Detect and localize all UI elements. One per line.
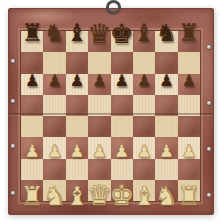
square-c2[interactable] xyxy=(66,159,88,180)
piece-white-pawn[interactable]: ♟ xyxy=(159,142,174,159)
square-h3[interactable]: ♟ xyxy=(178,137,200,158)
piece-black-pawn[interactable]: ♟ xyxy=(47,73,61,89)
square-c8[interactable]: ♝ xyxy=(66,31,88,52)
piece-black-rook[interactable]: ♜ xyxy=(178,21,200,45)
piece-black-pawn[interactable]: ♟ xyxy=(182,73,196,89)
square-a3[interactable]: ♟ xyxy=(21,137,43,158)
metal-pin-icon xyxy=(11,99,15,103)
square-e6[interactable]: ♟ xyxy=(111,74,133,95)
piece-white-bishop[interactable]: ♝ xyxy=(132,183,155,209)
piece-black-knight[interactable]: ♞ xyxy=(156,21,178,45)
square-b4[interactable] xyxy=(43,116,65,137)
piece-white-pawn[interactable]: ♟ xyxy=(25,142,40,159)
board-grid: ♜♞♝♛♚♝♞♜♟♟♟♟♟♟♟♟♟♟♟♟♟♟♟♟♜♞♝♛♚♝♞♜ xyxy=(20,30,201,202)
piece-black-bishop[interactable]: ♝ xyxy=(66,21,88,45)
square-g1[interactable]: ♞ xyxy=(155,180,177,201)
square-d6[interactable]: ♟ xyxy=(88,74,110,95)
square-c6[interactable]: ♟ xyxy=(66,74,88,95)
square-b2[interactable] xyxy=(43,159,65,180)
hanging-ring-icon xyxy=(106,0,121,14)
piece-black-pawn[interactable]: ♟ xyxy=(92,73,106,89)
square-e4[interactable] xyxy=(111,116,133,137)
square-h6[interactable]: ♟ xyxy=(178,74,200,95)
metal-pin-icon xyxy=(11,59,15,63)
square-d3[interactable]: ♟ xyxy=(88,137,110,158)
square-b3[interactable]: ♟ xyxy=(43,137,65,158)
metal-pin-icon xyxy=(11,144,15,148)
square-h2[interactable] xyxy=(178,159,200,180)
piece-black-pawn[interactable]: ♟ xyxy=(159,73,173,89)
square-a1[interactable]: ♜ xyxy=(21,180,43,201)
metal-pin-icon xyxy=(207,193,211,197)
square-b1[interactable]: ♞ xyxy=(43,180,65,201)
piece-black-rook[interactable]: ♜ xyxy=(21,21,43,45)
square-f4[interactable] xyxy=(133,116,155,137)
square-a4[interactable] xyxy=(21,116,43,137)
chess-board: ♜♞♝♛♚♝♞♜♟♟♟♟♟♟♟♟♟♟♟♟♟♟♟♟♜♞♝♛♚♝♞♜ xyxy=(8,8,214,215)
square-a2[interactable] xyxy=(21,159,43,180)
piece-white-pawn[interactable]: ♟ xyxy=(92,142,107,159)
metal-pin-icon xyxy=(207,147,211,151)
square-g8[interactable]: ♞ xyxy=(155,31,177,52)
square-a8[interactable]: ♜ xyxy=(21,31,43,52)
square-g3[interactable]: ♟ xyxy=(155,137,177,158)
piece-white-pawn[interactable]: ♟ xyxy=(181,142,196,159)
piece-white-queen[interactable]: ♛ xyxy=(87,182,112,210)
square-f6[interactable]: ♟ xyxy=(133,74,155,95)
piece-black-pawn[interactable]: ♟ xyxy=(137,73,151,89)
square-e8[interactable]: ♚ xyxy=(111,31,133,52)
square-g2[interactable] xyxy=(155,159,177,180)
piece-white-pawn[interactable]: ♟ xyxy=(69,142,84,159)
piece-white-king[interactable]: ♚ xyxy=(109,182,134,210)
square-h1[interactable]: ♜ xyxy=(178,180,200,201)
square-d1[interactable]: ♛ xyxy=(88,180,110,201)
piece-black-pawn[interactable]: ♟ xyxy=(115,73,129,89)
square-f8[interactable]: ♝ xyxy=(133,31,155,52)
square-a6[interactable]: ♟ xyxy=(21,74,43,95)
square-f3[interactable]: ♟ xyxy=(133,137,155,158)
square-e1[interactable]: ♚ xyxy=(111,180,133,201)
square-f2[interactable] xyxy=(133,159,155,180)
piece-white-knight[interactable]: ♞ xyxy=(43,183,66,209)
square-e2[interactable] xyxy=(111,159,133,180)
piece-black-queen[interactable]: ♛ xyxy=(87,19,111,46)
piece-white-pawn[interactable]: ♟ xyxy=(136,142,151,159)
square-f1[interactable]: ♝ xyxy=(133,180,155,201)
square-b6[interactable]: ♟ xyxy=(43,74,65,95)
piece-black-bishop[interactable]: ♝ xyxy=(133,21,155,45)
square-c3[interactable]: ♟ xyxy=(66,137,88,158)
piece-white-pawn[interactable]: ♟ xyxy=(47,142,62,159)
square-g4[interactable] xyxy=(155,116,177,137)
square-h8[interactable]: ♜ xyxy=(178,31,200,52)
piece-white-pawn[interactable]: ♟ xyxy=(114,142,129,159)
product-photo: ♜♞♝♛♚♝♞♜♟♟♟♟♟♟♟♟♟♟♟♟♟♟♟♟♜♞♝♛♚♝♞♜ xyxy=(0,0,222,222)
square-d8[interactable]: ♛ xyxy=(88,31,110,52)
piece-white-rook[interactable]: ♜ xyxy=(177,183,200,209)
square-h4[interactable] xyxy=(178,116,200,137)
square-e3[interactable]: ♟ xyxy=(111,137,133,158)
piece-white-knight[interactable]: ♞ xyxy=(155,183,178,209)
piece-black-knight[interactable]: ♞ xyxy=(44,21,66,45)
square-g6[interactable]: ♟ xyxy=(155,74,177,95)
piece-black-pawn[interactable]: ♟ xyxy=(70,73,84,89)
metal-pin-icon xyxy=(207,101,211,105)
square-c1[interactable]: ♝ xyxy=(66,180,88,201)
metal-pin-icon xyxy=(11,191,15,195)
piece-black-pawn[interactable]: ♟ xyxy=(25,73,39,89)
piece-white-bishop[interactable]: ♝ xyxy=(65,183,88,209)
piece-white-rook[interactable]: ♜ xyxy=(21,183,44,209)
square-b8[interactable]: ♞ xyxy=(43,31,65,52)
fold-seam xyxy=(9,113,213,115)
square-c4[interactable] xyxy=(66,116,88,137)
piece-black-king[interactable]: ♚ xyxy=(110,19,134,46)
square-d4[interactable] xyxy=(88,116,110,137)
square-d2[interactable] xyxy=(88,159,110,180)
metal-pin-icon xyxy=(207,45,211,49)
